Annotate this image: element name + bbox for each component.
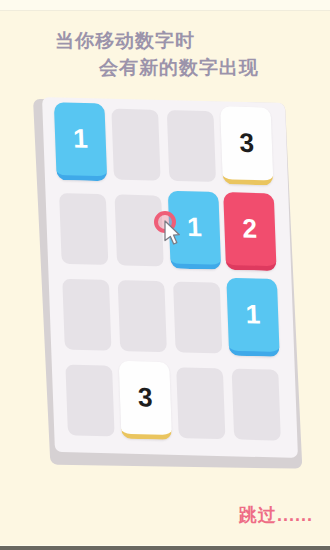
cell-r4c2: 3 [121,366,170,438]
cell-r4c3 [176,367,225,439]
tile-3-r4c2[interactable]: 3 [119,361,172,440]
cell-r1c2 [111,109,160,181]
cell-r4c1 [65,365,114,437]
tile-2-r2c4[interactable]: 2 [223,192,276,271]
tutorial-text: 当你移动数字时 会有新的数字出现 [55,27,259,81]
cell-r1c4: 3 [222,111,271,183]
tutorial-line-2: 会有新的数字出现 [99,54,259,81]
cell-r3c1 [62,279,111,351]
statusbar-strip [0,0,330,11]
cell-r2c2 [115,194,164,266]
game-board[interactable]: 131213 [42,97,298,458]
tutorial-line-1: 当你移动数字时 [55,27,259,54]
bottom-navigation-bar [0,546,330,550]
tile-3-r1c4[interactable]: 3 [220,106,273,185]
tile-1-r2c3[interactable]: 1 [168,191,221,270]
cell-r3c3 [173,282,222,354]
skip-button[interactable]: 跳过...... [239,503,313,527]
cell-r4c4 [232,369,281,441]
cell-r2c3: 1 [170,196,219,268]
tile-1-r1c1[interactable]: 1 [54,102,107,181]
tutorial-screen: 当你移动数字时 会有新的数字出现 131213 跳过...... [0,0,330,550]
cell-r3c2 [118,280,167,352]
cell-r3c4: 1 [228,283,277,355]
cell-r1c1: 1 [56,107,105,179]
cell-r2c4: 2 [225,197,274,269]
cell-r1c3 [167,110,216,182]
cell-r2c1 [59,193,108,265]
tile-1-r3c4[interactable]: 1 [226,278,279,357]
